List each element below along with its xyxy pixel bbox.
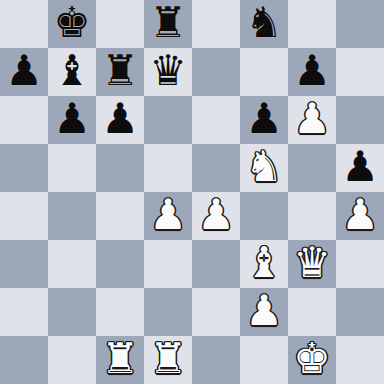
square-a7[interactable]: ♟ — [0, 48, 48, 96]
white-pawn-f2[interactable]: ♟ — [245, 288, 283, 335]
square-c8[interactable] — [96, 0, 144, 48]
square-f3[interactable]: ♝ — [240, 240, 288, 288]
black-pawn-c6[interactable]: ♟ — [101, 96, 139, 143]
square-f2[interactable]: ♟ — [240, 288, 288, 336]
square-g3[interactable]: ♛ — [288, 240, 336, 288]
square-a2[interactable] — [0, 288, 48, 336]
square-g7[interactable]: ♟ — [288, 48, 336, 96]
square-h5[interactable]: ♟ — [336, 144, 384, 192]
black-knight-f8[interactable]: ♞ — [245, 0, 283, 47]
black-pawn-g7[interactable]: ♟ — [293, 48, 331, 95]
square-h4[interactable]: ♟ — [336, 192, 384, 240]
square-f5[interactable]: ♞ — [240, 144, 288, 192]
square-b6[interactable]: ♟ — [48, 96, 96, 144]
square-g1[interactable]: ♚ — [288, 336, 336, 384]
black-pawn-f6[interactable]: ♟ — [245, 96, 283, 143]
white-bishop-f3[interactable]: ♝ — [245, 240, 283, 287]
square-c7[interactable]: ♜ — [96, 48, 144, 96]
square-e5[interactable] — [192, 144, 240, 192]
white-rook-c1[interactable]: ♜ — [101, 336, 139, 383]
square-d8[interactable]: ♜ — [144, 0, 192, 48]
square-f7[interactable] — [240, 48, 288, 96]
square-b3[interactable] — [48, 240, 96, 288]
square-c6[interactable]: ♟ — [96, 96, 144, 144]
square-b4[interactable] — [48, 192, 96, 240]
square-e1[interactable] — [192, 336, 240, 384]
square-c5[interactable] — [96, 144, 144, 192]
square-b2[interactable] — [48, 288, 96, 336]
square-h6[interactable] — [336, 96, 384, 144]
square-d3[interactable] — [144, 240, 192, 288]
square-a3[interactable] — [0, 240, 48, 288]
square-d1[interactable]: ♜ — [144, 336, 192, 384]
white-pawn-h4[interactable]: ♟ — [341, 192, 379, 239]
square-c4[interactable] — [96, 192, 144, 240]
square-b8[interactable]: ♚ — [48, 0, 96, 48]
square-h2[interactable] — [336, 288, 384, 336]
square-f8[interactable]: ♞ — [240, 0, 288, 48]
square-e3[interactable] — [192, 240, 240, 288]
square-b7[interactable]: ♝ — [48, 48, 96, 96]
black-pawn-b6[interactable]: ♟ — [53, 96, 91, 143]
black-bishop-b7[interactable]: ♝ — [53, 48, 91, 95]
white-queen-g3[interactable]: ♛ — [293, 240, 331, 287]
white-king-g1[interactable]: ♚ — [293, 336, 331, 383]
square-b1[interactable] — [48, 336, 96, 384]
square-a5[interactable] — [0, 144, 48, 192]
square-b5[interactable] — [48, 144, 96, 192]
square-f6[interactable]: ♟ — [240, 96, 288, 144]
chess-board: ♚♜♞♟♝♜♛♟♟♟♟♟♞♟♟♟♟♝♛♟♜♜♚ — [0, 0, 384, 384]
square-a8[interactable] — [0, 0, 48, 48]
black-rook-d8[interactable]: ♜ — [149, 0, 187, 47]
square-g5[interactable] — [288, 144, 336, 192]
square-h8[interactable] — [336, 0, 384, 48]
black-pawn-a7[interactable]: ♟ — [5, 48, 43, 95]
white-pawn-d4[interactable]: ♟ — [149, 192, 187, 239]
square-a1[interactable] — [0, 336, 48, 384]
square-c3[interactable] — [96, 240, 144, 288]
square-c1[interactable]: ♜ — [96, 336, 144, 384]
black-queen-d7[interactable]: ♛ — [149, 48, 187, 95]
black-pawn-h5[interactable]: ♟ — [341, 144, 379, 191]
black-king-b8[interactable]: ♚ — [53, 0, 91, 47]
black-rook-c7[interactable]: ♜ — [101, 48, 139, 95]
square-h7[interactable] — [336, 48, 384, 96]
square-c2[interactable] — [96, 288, 144, 336]
square-g8[interactable] — [288, 0, 336, 48]
square-d6[interactable] — [144, 96, 192, 144]
white-pawn-g6[interactable]: ♟ — [293, 96, 331, 143]
square-d5[interactable] — [144, 144, 192, 192]
square-h1[interactable] — [336, 336, 384, 384]
white-pawn-e4[interactable]: ♟ — [197, 192, 235, 239]
square-e4[interactable]: ♟ — [192, 192, 240, 240]
square-a6[interactable] — [0, 96, 48, 144]
square-f1[interactable] — [240, 336, 288, 384]
square-e6[interactable] — [192, 96, 240, 144]
square-e7[interactable] — [192, 48, 240, 96]
square-d2[interactable] — [144, 288, 192, 336]
square-g4[interactable] — [288, 192, 336, 240]
square-d4[interactable]: ♟ — [144, 192, 192, 240]
white-rook-d1[interactable]: ♜ — [149, 336, 187, 383]
square-f4[interactable] — [240, 192, 288, 240]
square-g6[interactable]: ♟ — [288, 96, 336, 144]
square-e8[interactable] — [192, 0, 240, 48]
square-e2[interactable] — [192, 288, 240, 336]
square-d7[interactable]: ♛ — [144, 48, 192, 96]
square-a4[interactable] — [0, 192, 48, 240]
square-g2[interactable] — [288, 288, 336, 336]
white-knight-f5[interactable]: ♞ — [245, 144, 283, 191]
square-h3[interactable] — [336, 240, 384, 288]
